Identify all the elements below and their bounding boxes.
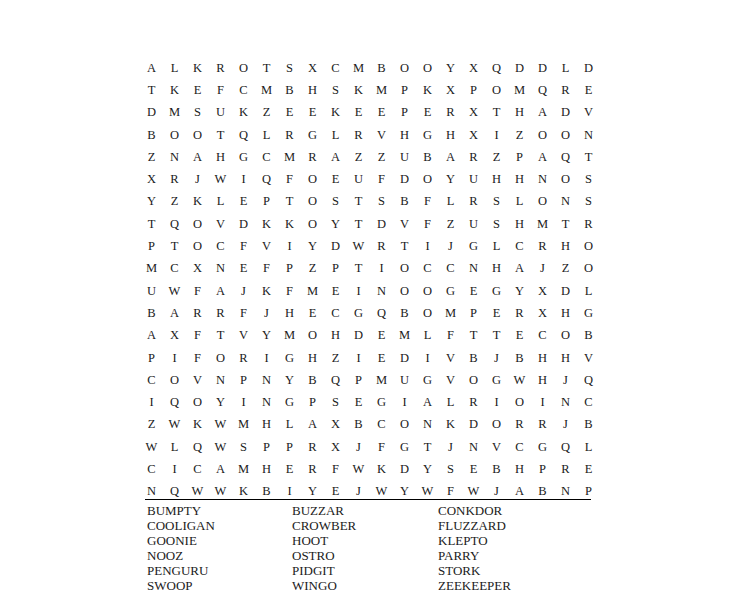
grid-cell-r19c16[interactable]: B — [485, 458, 508, 480]
grid-cell-r19c4[interactable]: A — [209, 458, 232, 480]
grid-cell-r3c7[interactable]: E — [278, 102, 301, 124]
grid-cell-r1c3[interactable]: K — [186, 57, 209, 79]
grid-cell-r6c20[interactable]: S — [577, 168, 600, 190]
grid-cell-r12c7[interactable]: H — [278, 302, 301, 324]
grid-cell-r4c6[interactable]: L — [255, 124, 278, 146]
grid-cell-r4c2[interactable]: O — [163, 124, 186, 146]
grid-cell-r18c14[interactable]: J — [439, 436, 462, 458]
grid-cell-r6c3[interactable]: J — [186, 168, 209, 190]
grid-cell-r11c15[interactable]: E — [462, 280, 485, 302]
grid-cell-r9c2[interactable]: T — [163, 235, 186, 257]
grid-cell-r4c8[interactable]: G — [301, 124, 324, 146]
grid-cell-r13c16[interactable]: T — [485, 325, 508, 347]
grid-cell-r17c15[interactable]: D — [462, 414, 485, 436]
grid-cell-r17c13[interactable]: N — [416, 414, 439, 436]
grid-cell-r16c17[interactable]: O — [508, 391, 531, 413]
grid-cell-r10c7[interactable]: P — [278, 258, 301, 280]
grid-cell-r17c9[interactable]: X — [324, 414, 347, 436]
grid-cell-r6c7[interactable]: F — [278, 168, 301, 190]
grid-cell-r6c17[interactable]: H — [508, 168, 531, 190]
grid-cell-r3c2[interactable]: M — [163, 102, 186, 124]
grid-cell-r15c18[interactable]: H — [531, 369, 554, 391]
grid-cell-r5c17[interactable]: P — [508, 146, 531, 168]
grid-cell-r8c19[interactable]: T — [554, 213, 577, 235]
grid-cell-r13c1[interactable]: A — [140, 325, 163, 347]
grid-cell-r2c12[interactable]: P — [393, 79, 416, 101]
grid-cell-r18c5[interactable]: S — [232, 436, 255, 458]
grid-cell-r8c13[interactable]: F — [416, 213, 439, 235]
grid-cell-r2c10[interactable]: K — [347, 79, 370, 101]
grid-cell-r9c13[interactable]: I — [416, 235, 439, 257]
grid-cell-r9c10[interactable]: W — [347, 235, 370, 257]
grid-cell-r6c18[interactable]: N — [531, 168, 554, 190]
grid-cell-r19c3[interactable]: C — [186, 458, 209, 480]
grid-cell-r5c14[interactable]: A — [439, 146, 462, 168]
grid-cell-r9c1[interactable]: P — [140, 235, 163, 257]
grid-cell-r6c6[interactable]: Q — [255, 168, 278, 190]
grid-cell-r17c17[interactable]: R — [508, 414, 531, 436]
grid-cell-r2c18[interactable]: Q — [531, 79, 554, 101]
grid-cell-r1c9[interactable]: C — [324, 57, 347, 79]
grid-cell-r14c20[interactable]: V — [577, 347, 600, 369]
grid-cell-r8c16[interactable]: S — [485, 213, 508, 235]
grid-cell-r18c19[interactable]: Q — [554, 436, 577, 458]
grid-cell-r5c5[interactable]: G — [232, 146, 255, 168]
grid-cell-r17c3[interactable]: K — [186, 414, 209, 436]
grid-cell-r7c12[interactable]: B — [393, 191, 416, 213]
grid-cell-r12c12[interactable]: B — [393, 302, 416, 324]
grid-cell-r2c19[interactable]: R — [554, 79, 577, 101]
grid-cell-r19c1[interactable]: C — [140, 458, 163, 480]
grid-cell-r7c8[interactable]: O — [301, 191, 324, 213]
grid-cell-r4c16[interactable]: I — [485, 124, 508, 146]
grid-cell-r8c7[interactable]: K — [278, 213, 301, 235]
grid-cell-r19c18[interactable]: P — [531, 458, 554, 480]
grid-cell-r8c4[interactable]: V — [209, 213, 232, 235]
grid-cell-r1c15[interactable]: X — [462, 57, 485, 79]
grid-cell-r13c7[interactable]: M — [278, 325, 301, 347]
grid-cell-r18c7[interactable]: P — [278, 436, 301, 458]
grid-cell-r2c7[interactable]: B — [278, 79, 301, 101]
grid-cell-r16c8[interactable]: P — [301, 391, 324, 413]
grid-cell-r13c10[interactable]: D — [347, 325, 370, 347]
grid-cell-r6c2[interactable]: R — [163, 168, 186, 190]
grid-cell-r3c19[interactable]: D — [554, 102, 577, 124]
grid-cell-r4c5[interactable]: Q — [232, 124, 255, 146]
grid-cell-r19c10[interactable]: W — [347, 458, 370, 480]
grid-cell-r12c1[interactable]: B — [140, 302, 163, 324]
grid-cell-r15c12[interactable]: U — [393, 369, 416, 391]
grid-cell-r7c15[interactable]: R — [462, 191, 485, 213]
grid-cell-r13c20[interactable]: B — [577, 325, 600, 347]
grid-cell-r14c13[interactable]: I — [416, 347, 439, 369]
grid-cell-r1c13[interactable]: O — [416, 57, 439, 79]
grid-cell-r8c1[interactable]: T — [140, 213, 163, 235]
grid-cell-r10c1[interactable]: M — [140, 258, 163, 280]
grid-cell-r19c20[interactable]: E — [577, 458, 600, 480]
grid-cell-r2c20[interactable]: E — [577, 79, 600, 101]
grid-cell-r3c8[interactable]: E — [301, 102, 324, 124]
grid-cell-r2c3[interactable]: E — [186, 79, 209, 101]
grid-cell-r15c9[interactable]: Q — [324, 369, 347, 391]
grid-cell-r16c18[interactable]: I — [531, 391, 554, 413]
grid-cell-r8c5[interactable]: D — [232, 213, 255, 235]
grid-cell-r8c20[interactable]: R — [577, 213, 600, 235]
grid-cell-r10c13[interactable]: C — [416, 258, 439, 280]
grid-cell-r9c18[interactable]: R — [531, 235, 554, 257]
grid-cell-r7c17[interactable]: L — [508, 191, 531, 213]
grid-cell-r15c16[interactable]: G — [485, 369, 508, 391]
grid-cell-r12c13[interactable]: O — [416, 302, 439, 324]
grid-cell-r15c20[interactable]: Q — [577, 369, 600, 391]
grid-cell-r10c18[interactable]: J — [531, 258, 554, 280]
grid-cell-r1c2[interactable]: L — [163, 57, 186, 79]
grid-cell-r1c10[interactable]: M — [347, 57, 370, 79]
grid-cell-r19c9[interactable]: F — [324, 458, 347, 480]
grid-cell-r7c18[interactable]: O — [531, 191, 554, 213]
grid-cell-r14c14[interactable]: V — [439, 347, 462, 369]
grid-cell-r10c8[interactable]: Z — [301, 258, 324, 280]
grid-cell-r1c5[interactable]: O — [232, 57, 255, 79]
grid-cell-r18c6[interactable]: P — [255, 436, 278, 458]
grid-cell-r11c7[interactable]: F — [278, 280, 301, 302]
grid-cell-r18c15[interactable]: N — [462, 436, 485, 458]
grid-cell-r13c19[interactable]: O — [554, 325, 577, 347]
grid-cell-r18c12[interactable]: G — [393, 436, 416, 458]
grid-cell-r16c20[interactable]: C — [577, 391, 600, 413]
grid-cell-r17c6[interactable]: H — [255, 414, 278, 436]
grid-cell-r2c4[interactable]: F — [209, 79, 232, 101]
grid-cell-r15c10[interactable]: P — [347, 369, 370, 391]
grid-cell-r19c12[interactable]: D — [393, 458, 416, 480]
grid-cell-r8c17[interactable]: H — [508, 213, 531, 235]
grid-cell-r19c7[interactable]: E — [278, 458, 301, 480]
grid-cell-r14c7[interactable]: G — [278, 347, 301, 369]
grid-cell-r5c12[interactable]: U — [393, 146, 416, 168]
grid-cell-r9c6[interactable]: V — [255, 235, 278, 257]
grid-cell-r9c11[interactable]: R — [370, 235, 393, 257]
grid-cell-r2c15[interactable]: P — [462, 79, 485, 101]
grid-cell-r12c5[interactable]: F — [232, 302, 255, 324]
grid-cell-r18c20[interactable]: L — [577, 436, 600, 458]
grid-cell-r7c20[interactable]: S — [577, 191, 600, 213]
grid-cell-r10c3[interactable]: X — [186, 258, 209, 280]
grid-cell-r9c5[interactable]: F — [232, 235, 255, 257]
grid-cell-r10c6[interactable]: F — [255, 258, 278, 280]
grid-cell-r1c1[interactable]: A — [140, 57, 163, 79]
grid-cell-r16c9[interactable]: S — [324, 391, 347, 413]
grid-cell-r13c4[interactable]: T — [209, 325, 232, 347]
grid-cell-r15c17[interactable]: W — [508, 369, 531, 391]
grid-cell-r5c1[interactable]: Z — [140, 146, 163, 168]
grid-cell-r19c15[interactable]: E — [462, 458, 485, 480]
grid-cell-r15c4[interactable]: N — [209, 369, 232, 391]
grid-cell-r12c18[interactable]: X — [531, 302, 554, 324]
grid-cell-r12c8[interactable]: E — [301, 302, 324, 324]
grid-cell-r16c13[interactable]: A — [416, 391, 439, 413]
grid-cell-r7c7[interactable]: T — [278, 191, 301, 213]
grid-cell-r6c19[interactable]: O — [554, 168, 577, 190]
grid-cell-r9c7[interactable]: I — [278, 235, 301, 257]
grid-cell-r1c14[interactable]: Y — [439, 57, 462, 79]
grid-cell-r5c3[interactable]: A — [186, 146, 209, 168]
grid-cell-r17c14[interactable]: K — [439, 414, 462, 436]
grid-cell-r19c13[interactable]: Y — [416, 458, 439, 480]
grid-cell-r15c15[interactable]: O — [462, 369, 485, 391]
grid-cell-r16c19[interactable]: N — [554, 391, 577, 413]
grid-cell-r13c3[interactable]: F — [186, 325, 209, 347]
grid-cell-r3c15[interactable]: X — [462, 102, 485, 124]
grid-cell-r15c14[interactable]: V — [439, 369, 462, 391]
grid-cell-r4c3[interactable]: O — [186, 124, 209, 146]
grid-cell-r11c4[interactable]: A — [209, 280, 232, 302]
grid-cell-r3c18[interactable]: A — [531, 102, 554, 124]
grid-cell-r12c19[interactable]: H — [554, 302, 577, 324]
grid-cell-r5c7[interactable]: M — [278, 146, 301, 168]
grid-cell-r11c12[interactable]: O — [393, 280, 416, 302]
grid-cell-r5c10[interactable]: Z — [347, 146, 370, 168]
grid-cell-r18c13[interactable]: T — [416, 436, 439, 458]
grid-cell-r18c2[interactable]: L — [163, 436, 186, 458]
grid-cell-r17c19[interactable]: J — [554, 414, 577, 436]
grid-cell-r13c11[interactable]: E — [370, 325, 393, 347]
grid-cell-r10c20[interactable]: O — [577, 258, 600, 280]
grid-cell-r16c4[interactable]: Y — [209, 391, 232, 413]
grid-cell-r17c7[interactable]: L — [278, 414, 301, 436]
grid-cell-r9c12[interactable]: T — [393, 235, 416, 257]
grid-cell-r12c2[interactable]: A — [163, 302, 186, 324]
grid-cell-r4c10[interactable]: R — [347, 124, 370, 146]
grid-cell-r3c4[interactable]: U — [209, 102, 232, 124]
grid-cell-r7c4[interactable]: L — [209, 191, 232, 213]
grid-cell-r1c6[interactable]: T — [255, 57, 278, 79]
grid-cell-r10c4[interactable]: N — [209, 258, 232, 280]
grid-cell-r8c14[interactable]: Z — [439, 213, 462, 235]
grid-cell-r4c7[interactable]: R — [278, 124, 301, 146]
grid-cell-r14c2[interactable]: I — [163, 347, 186, 369]
grid-cell-r13c15[interactable]: T — [462, 325, 485, 347]
grid-cell-r7c11[interactable]: S — [370, 191, 393, 213]
grid-cell-r14c12[interactable]: D — [393, 347, 416, 369]
grid-cell-r8c10[interactable]: T — [347, 213, 370, 235]
grid-cell-r4c17[interactable]: Z — [508, 124, 531, 146]
grid-cell-r1c8[interactable]: X — [301, 57, 324, 79]
grid-cell-r4c12[interactable]: H — [393, 124, 416, 146]
grid-cell-r6c9[interactable]: E — [324, 168, 347, 190]
grid-cell-r12c3[interactable]: R — [186, 302, 209, 324]
grid-cell-r13c13[interactable]: L — [416, 325, 439, 347]
grid-cell-r6c1[interactable]: X — [140, 168, 163, 190]
grid-cell-r19c6[interactable]: H — [255, 458, 278, 480]
grid-cell-r17c2[interactable]: W — [163, 414, 186, 436]
grid-cell-r14c1[interactable]: P — [140, 347, 163, 369]
grid-cell-r17c11[interactable]: C — [370, 414, 393, 436]
grid-cell-r11c9[interactable]: E — [324, 280, 347, 302]
grid-cell-r7c14[interactable]: L — [439, 191, 462, 213]
grid-cell-r7c5[interactable]: E — [232, 191, 255, 213]
grid-cell-r10c12[interactable]: O — [393, 258, 416, 280]
grid-cell-r11c8[interactable]: M — [301, 280, 324, 302]
grid-cell-r12c9[interactable]: C — [324, 302, 347, 324]
grid-cell-r12c4[interactable]: R — [209, 302, 232, 324]
grid-cell-r4c20[interactable]: N — [577, 124, 600, 146]
grid-cell-r15c3[interactable]: V — [186, 369, 209, 391]
grid-cell-r18c11[interactable]: F — [370, 436, 393, 458]
grid-cell-r4c9[interactable]: L — [324, 124, 347, 146]
grid-cell-r19c8[interactable]: R — [301, 458, 324, 480]
grid-cell-r13c14[interactable]: F — [439, 325, 462, 347]
grid-cell-r1c16[interactable]: Q — [485, 57, 508, 79]
grid-cell-r8c6[interactable]: K — [255, 213, 278, 235]
grid-cell-r17c1[interactable]: Z — [140, 414, 163, 436]
grid-cell-r5c16[interactable]: Z — [485, 146, 508, 168]
grid-cell-r17c5[interactable]: M — [232, 414, 255, 436]
grid-cell-r11c20[interactable]: L — [577, 280, 600, 302]
grid-cell-r13c5[interactable]: V — [232, 325, 255, 347]
grid-cell-r7c6[interactable]: P — [255, 191, 278, 213]
grid-cell-r9c16[interactable]: L — [485, 235, 508, 257]
grid-cell-r8c12[interactable]: V — [393, 213, 416, 235]
grid-cell-r9c8[interactable]: Y — [301, 235, 324, 257]
grid-cell-r12c14[interactable]: M — [439, 302, 462, 324]
grid-cell-r3c5[interactable]: K — [232, 102, 255, 124]
grid-cell-r6c5[interactable]: I — [232, 168, 255, 190]
grid-cell-r12c17[interactable]: R — [508, 302, 531, 324]
grid-cell-r8c2[interactable]: Q — [163, 213, 186, 235]
grid-cell-r10c11[interactable]: I — [370, 258, 393, 280]
grid-cell-r5c6[interactable]: C — [255, 146, 278, 168]
grid-cell-r16c3[interactable]: O — [186, 391, 209, 413]
grid-cell-r17c12[interactable]: O — [393, 414, 416, 436]
grid-cell-r19c5[interactable]: M — [232, 458, 255, 480]
grid-cell-r10c15[interactable]: N — [462, 258, 485, 280]
grid-cell-r15c7[interactable]: Y — [278, 369, 301, 391]
grid-cell-r16c12[interactable]: I — [393, 391, 416, 413]
grid-cell-r9c19[interactable]: H — [554, 235, 577, 257]
grid-cell-r14c11[interactable]: E — [370, 347, 393, 369]
grid-cell-r3c14[interactable]: R — [439, 102, 462, 124]
grid-cell-r8c3[interactable]: O — [186, 213, 209, 235]
grid-cell-r17c18[interactable]: R — [531, 414, 554, 436]
grid-cell-r7c9[interactable]: S — [324, 191, 347, 213]
grid-cell-r19c17[interactable]: H — [508, 458, 531, 480]
grid-cell-r7c1[interactable]: Y — [140, 191, 163, 213]
grid-cell-r16c14[interactable]: L — [439, 391, 462, 413]
grid-cell-r4c1[interactable]: B — [140, 124, 163, 146]
grid-cell-r17c4[interactable]: W — [209, 414, 232, 436]
grid-cell-r9c14[interactable]: J — [439, 235, 462, 257]
grid-cell-r5c11[interactable]: Z — [370, 146, 393, 168]
grid-cell-r7c2[interactable]: Z — [163, 191, 186, 213]
grid-cell-r14c4[interactable]: O — [209, 347, 232, 369]
grid-cell-r4c14[interactable]: H — [439, 124, 462, 146]
grid-cell-r7c19[interactable]: N — [554, 191, 577, 213]
grid-cell-r15c8[interactable]: B — [301, 369, 324, 391]
grid-cell-r11c5[interactable]: J — [232, 280, 255, 302]
grid-cell-r4c15[interactable]: X — [462, 124, 485, 146]
grid-cell-r13c12[interactable]: M — [393, 325, 416, 347]
grid-cell-r11c18[interactable]: X — [531, 280, 554, 302]
grid-cell-r11c3[interactable]: F — [186, 280, 209, 302]
grid-cell-r18c10[interactable]: J — [347, 436, 370, 458]
grid-cell-r16c2[interactable]: Q — [163, 391, 186, 413]
grid-cell-r16c10[interactable]: E — [347, 391, 370, 413]
grid-cell-r11c16[interactable]: G — [485, 280, 508, 302]
grid-cell-r3c1[interactable]: D — [140, 102, 163, 124]
grid-cell-r13c9[interactable]: H — [324, 325, 347, 347]
grid-cell-r2c1[interactable]: T — [140, 79, 163, 101]
grid-cell-r5c9[interactable]: A — [324, 146, 347, 168]
grid-cell-r10c5[interactable]: E — [232, 258, 255, 280]
grid-cell-r18c1[interactable]: W — [140, 436, 163, 458]
grid-cell-r6c8[interactable]: O — [301, 168, 324, 190]
grid-cell-r17c8[interactable]: A — [301, 414, 324, 436]
grid-cell-r18c8[interactable]: R — [301, 436, 324, 458]
grid-cell-r10c19[interactable]: Z — [554, 258, 577, 280]
grid-cell-r3c16[interactable]: T — [485, 102, 508, 124]
grid-cell-r6c12[interactable]: D — [393, 168, 416, 190]
grid-cell-r16c5[interactable]: I — [232, 391, 255, 413]
grid-cell-r1c4[interactable]: R — [209, 57, 232, 79]
grid-cell-r15c1[interactable]: C — [140, 369, 163, 391]
grid-cell-r3c13[interactable]: E — [416, 102, 439, 124]
grid-cell-r18c4[interactable]: W — [209, 436, 232, 458]
grid-cell-r5c20[interactable]: T — [577, 146, 600, 168]
grid-cell-r10c10[interactable]: T — [347, 258, 370, 280]
grid-cell-r11c17[interactable]: Y — [508, 280, 531, 302]
grid-cell-r7c16[interactable]: S — [485, 191, 508, 213]
grid-cell-r16c6[interactable]: N — [255, 391, 278, 413]
grid-cell-r14c18[interactable]: H — [531, 347, 554, 369]
grid-cell-r7c10[interactable]: T — [347, 191, 370, 213]
grid-cell-r13c2[interactable]: X — [163, 325, 186, 347]
grid-cell-r3c6[interactable]: Z — [255, 102, 278, 124]
grid-cell-r3c3[interactable]: S — [186, 102, 209, 124]
grid-cell-r19c14[interactable]: S — [439, 458, 462, 480]
grid-cell-r17c10[interactable]: B — [347, 414, 370, 436]
grid-cell-r12c20[interactable]: G — [577, 302, 600, 324]
grid-cell-r10c16[interactable]: H — [485, 258, 508, 280]
grid-cell-r18c16[interactable]: V — [485, 436, 508, 458]
grid-cell-r8c18[interactable]: M — [531, 213, 554, 235]
grid-cell-r6c4[interactable]: W — [209, 168, 232, 190]
grid-cell-r8c8[interactable]: O — [301, 213, 324, 235]
grid-cell-r16c15[interactable]: R — [462, 391, 485, 413]
grid-cell-r10c2[interactable]: C — [163, 258, 186, 280]
grid-cell-r15c13[interactable]: G — [416, 369, 439, 391]
grid-cell-r14c10[interactable]: I — [347, 347, 370, 369]
grid-cell-r6c10[interactable]: U — [347, 168, 370, 190]
grid-cell-r15c11[interactable]: M — [370, 369, 393, 391]
grid-cell-r16c1[interactable]: I — [140, 391, 163, 413]
grid-cell-r4c19[interactable]: O — [554, 124, 577, 146]
grid-cell-r10c9[interactable]: P — [324, 258, 347, 280]
grid-cell-r5c18[interactable]: A — [531, 146, 554, 168]
grid-cell-r4c4[interactable]: T — [209, 124, 232, 146]
grid-cell-r17c16[interactable]: O — [485, 414, 508, 436]
grid-cell-r2c2[interactable]: K — [163, 79, 186, 101]
grid-cell-r18c17[interactable]: C — [508, 436, 531, 458]
grid-cell-r2c11[interactable]: M — [370, 79, 393, 101]
grid-cell-r13c17[interactable]: E — [508, 325, 531, 347]
grid-cell-r7c13[interactable]: F — [416, 191, 439, 213]
grid-cell-r5c15[interactable]: R — [462, 146, 485, 168]
grid-cell-r2c17[interactable]: M — [508, 79, 531, 101]
grid-cell-r4c13[interactable]: G — [416, 124, 439, 146]
grid-cell-r12c10[interactable]: G — [347, 302, 370, 324]
grid-cell-r4c18[interactable]: O — [531, 124, 554, 146]
grid-cell-r5c2[interactable]: N — [163, 146, 186, 168]
